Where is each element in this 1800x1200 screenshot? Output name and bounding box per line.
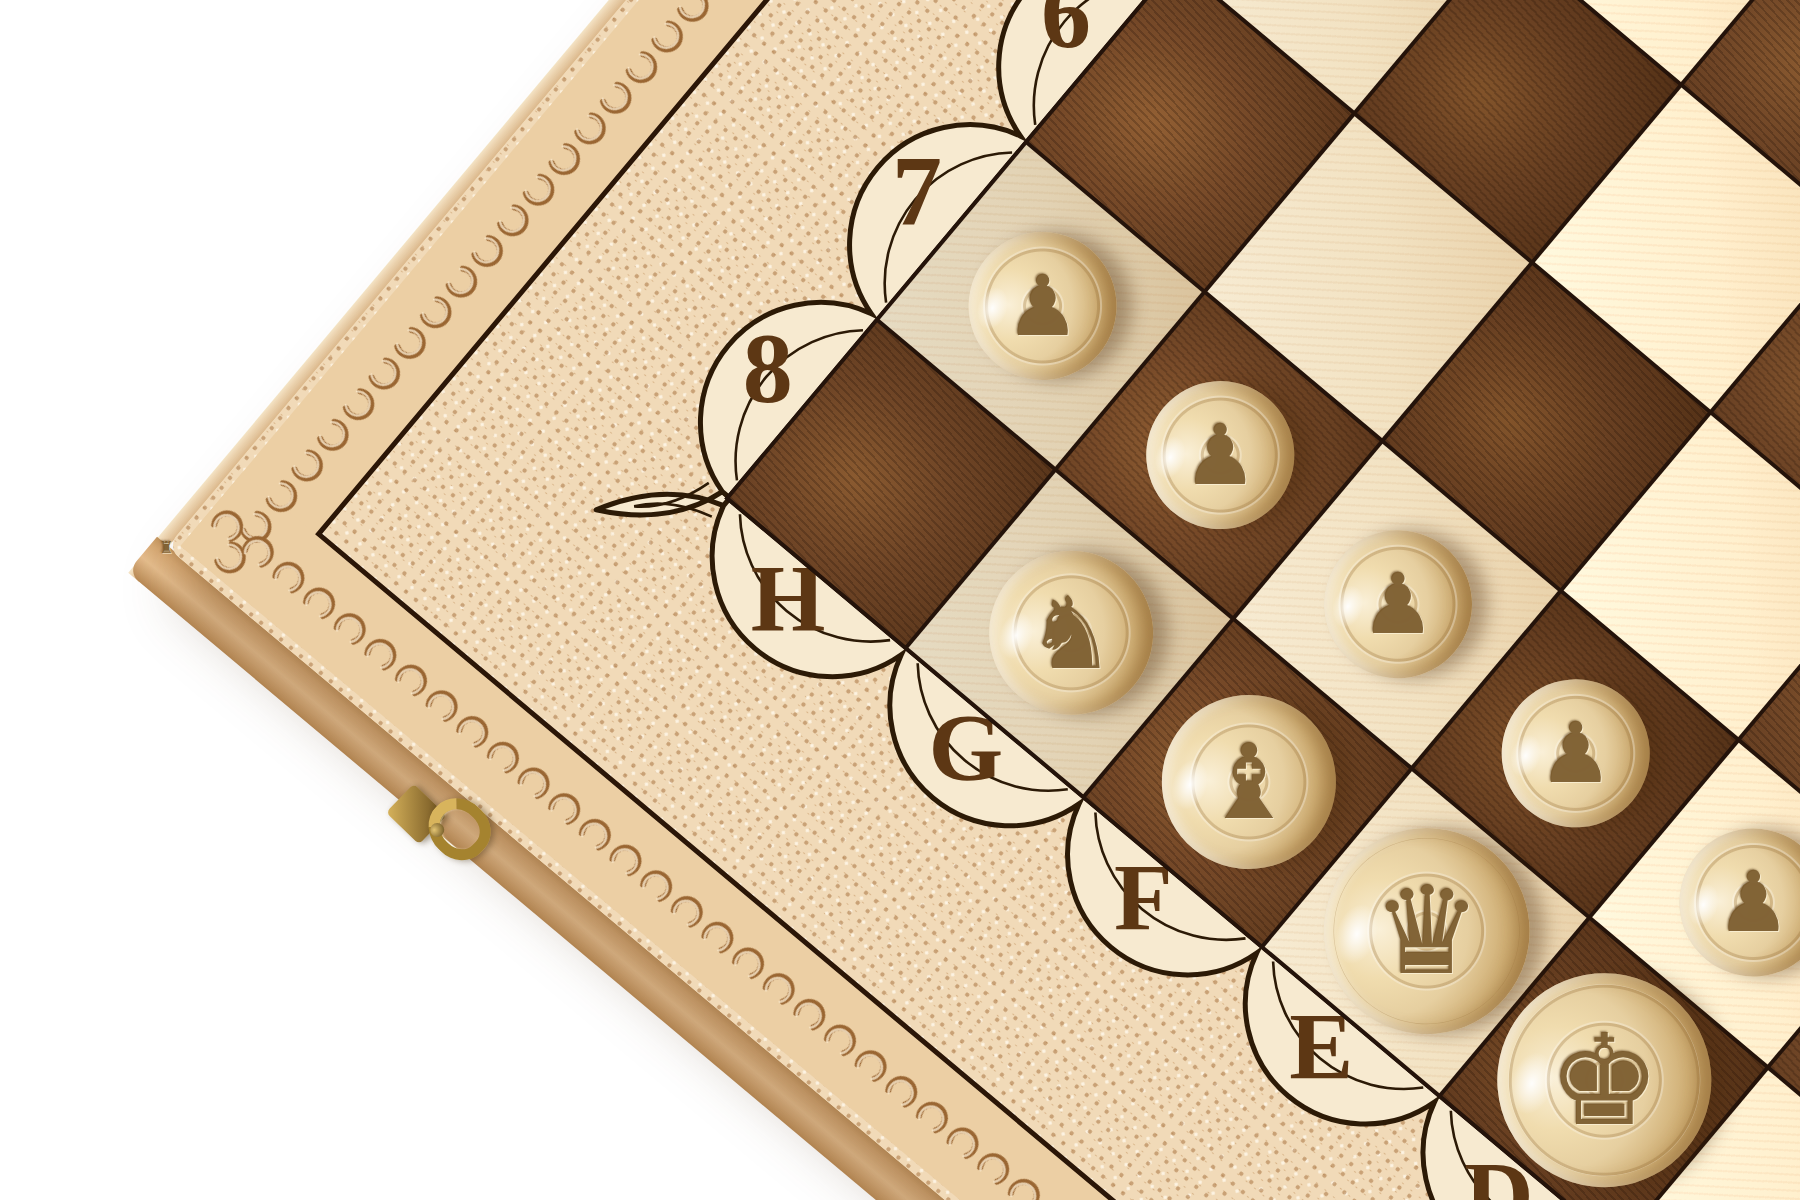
piece-white-pawn-e7: ♟	[1471, 649, 1680, 858]
rank-label-8: 8	[743, 312, 793, 423]
knight-glyph: ♞	[989, 551, 1153, 715]
pawn-glyph: ♟	[1502, 679, 1650, 827]
king-glyph: ♚	[1497, 973, 1711, 1187]
photo-scene: 876HGFED ♜♞♝♛♚♟♟♟♟♟	[0, 0, 1800, 1200]
piece-white-knight-g8: ♞	[956, 517, 1187, 748]
pawn-glyph: ♟	[1324, 530, 1472, 678]
rank-label-6: 6	[1041, 0, 1091, 68]
pawn-glyph: ♟	[1146, 381, 1294, 529]
pawn-glyph: ♟	[969, 232, 1117, 380]
chess-box: 876HGFED ♜♞♝♛♚♟♟♟♟♟	[166, 0, 1800, 1200]
piece-white-pawn-g7: ♟	[1116, 351, 1325, 560]
piece-white-pawn-f7: ♟	[1294, 500, 1503, 709]
bishop-glyph: ♝	[1162, 695, 1336, 869]
pawn-glyph: ♟	[1679, 828, 1800, 976]
rank-label-7: 7	[892, 135, 942, 246]
box-top: 876HGFED ♜♞♝♛♚♟♟♟♟♟	[166, 0, 1800, 1200]
piece-white-pawn-h7: ♟	[938, 202, 1147, 411]
